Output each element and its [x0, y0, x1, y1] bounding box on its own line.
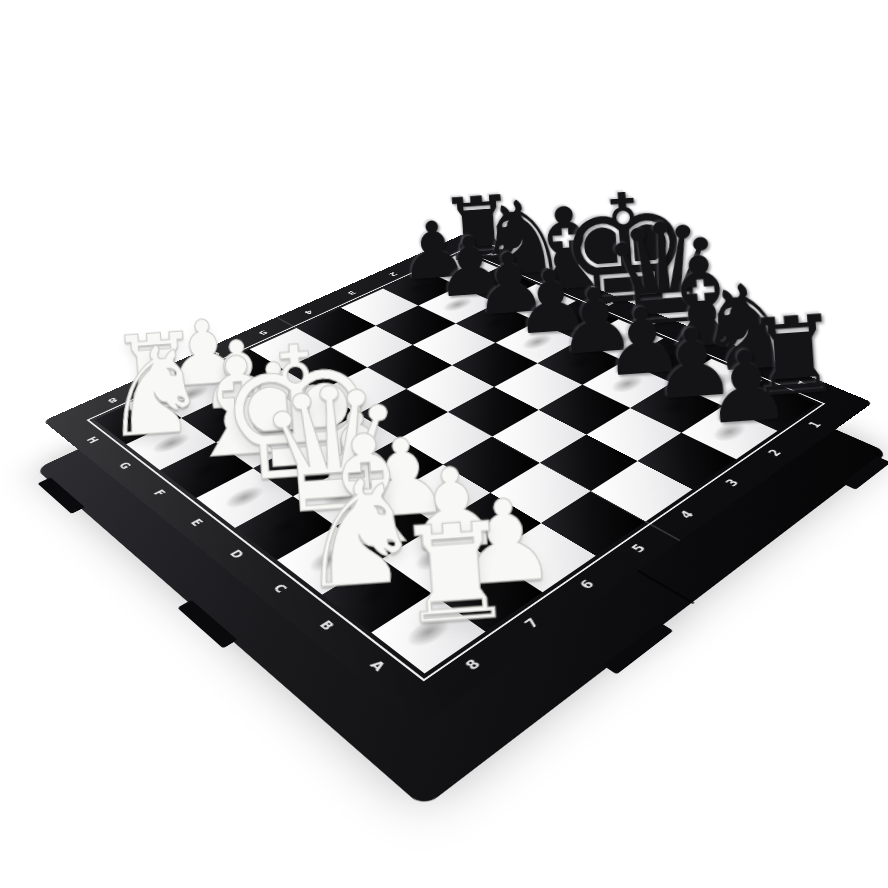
black-pawn-a2: ♟: [700, 338, 774, 440]
product-photo-scene: HGFEDCBA HGFEDCBA 87654321 87654321 ♜♟♟♜…: [0, 0, 888, 888]
white-rook-a8: ♜: [390, 505, 481, 644]
square-c3: [539, 385, 631, 435]
rank-label: 3: [698, 462, 766, 505]
rank-label: 8: [430, 635, 515, 696]
frame-foot: [842, 456, 888, 489]
frame-foot: [37, 477, 85, 514]
